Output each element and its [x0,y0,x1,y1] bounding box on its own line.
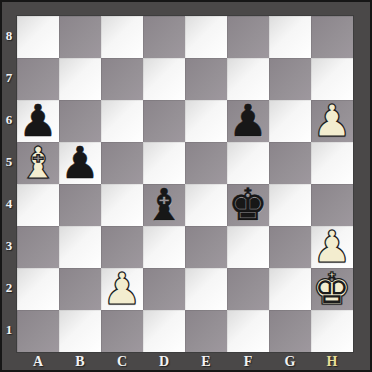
square-g4[interactable] [269,184,311,226]
square-e3[interactable] [185,226,227,268]
piece-black-pawn[interactable]: ♟ [18,100,57,142]
square-c1[interactable] [101,310,143,352]
square-e7[interactable] [185,58,227,100]
chess-board-frame: 87654321 ♟♟♟♝♟♝♚♟♟♚ ABCDEFGH [0,0,372,372]
square-b2[interactable] [59,268,101,310]
square-g8[interactable] [269,16,311,58]
square-d2[interactable] [143,268,185,310]
square-c4[interactable] [101,184,143,226]
square-e5[interactable] [185,142,227,184]
square-f7[interactable] [227,58,269,100]
square-f6[interactable]: ♟ [227,100,269,142]
rank-label-1: 1 [2,309,16,351]
rank-label-6: 6 [2,99,16,141]
file-label-c: C [101,353,143,370]
chess-board: ♟♟♟♝♟♝♚♟♟♚ [16,15,354,353]
square-b7[interactable] [59,58,101,100]
square-d3[interactable] [143,226,185,268]
rank-label-3: 3 [2,225,16,267]
square-c3[interactable] [101,226,143,268]
square-f8[interactable] [227,16,269,58]
square-h3[interactable]: ♟ [311,226,353,268]
piece-white-pawn[interactable]: ♟ [312,226,351,268]
piece-white-pawn[interactable]: ♟ [102,268,141,310]
square-b3[interactable] [59,226,101,268]
file-label-a: A [17,353,59,370]
square-a4[interactable] [17,184,59,226]
square-f3[interactable] [227,226,269,268]
square-b8[interactable] [59,16,101,58]
square-h4[interactable] [311,184,353,226]
square-g3[interactable] [269,226,311,268]
square-d7[interactable] [143,58,185,100]
square-c5[interactable] [101,142,143,184]
rank-label-8: 8 [2,15,16,57]
square-e8[interactable] [185,16,227,58]
square-g6[interactable] [269,100,311,142]
square-h5[interactable] [311,142,353,184]
square-d1[interactable] [143,310,185,352]
square-a3[interactable] [17,226,59,268]
rank-label-4: 4 [2,183,16,225]
square-d8[interactable] [143,16,185,58]
square-b5[interactable]: ♟ [59,142,101,184]
square-c8[interactable] [101,16,143,58]
square-h8[interactable] [311,16,353,58]
square-h6[interactable]: ♟ [311,100,353,142]
file-labels: ABCDEFGH [17,353,353,370]
file-label-b: B [59,353,101,370]
square-b6[interactable] [59,100,101,142]
square-b1[interactable] [59,310,101,352]
square-a5[interactable]: ♝ [17,142,59,184]
square-e4[interactable] [185,184,227,226]
square-f5[interactable] [227,142,269,184]
rank-labels: 87654321 [2,15,16,351]
rank-label-5: 5 [2,141,16,183]
square-h1[interactable] [311,310,353,352]
file-label-d: D [143,353,185,370]
rank-label-2: 2 [2,267,16,309]
square-h2[interactable]: ♚ [311,268,353,310]
square-d4[interactable]: ♝ [143,184,185,226]
square-a7[interactable] [17,58,59,100]
rank-label-7: 7 [2,57,16,99]
square-e2[interactable] [185,268,227,310]
piece-black-bishop[interactable]: ♝ [144,184,183,226]
square-a1[interactable] [17,310,59,352]
file-label-g: G [269,353,311,370]
square-c6[interactable] [101,100,143,142]
piece-white-king[interactable]: ♚ [312,268,351,310]
file-label-e: E [185,353,227,370]
square-b4[interactable] [59,184,101,226]
square-d5[interactable] [143,142,185,184]
file-label-f: F [227,353,269,370]
square-a2[interactable] [17,268,59,310]
square-g2[interactable] [269,268,311,310]
square-f2[interactable] [227,268,269,310]
square-f4[interactable]: ♚ [227,184,269,226]
square-c7[interactable] [101,58,143,100]
square-e1[interactable] [185,310,227,352]
file-label-h: H [311,353,353,370]
square-e6[interactable] [185,100,227,142]
square-f1[interactable] [227,310,269,352]
piece-white-bishop[interactable]: ♝ [18,142,57,184]
square-a6[interactable]: ♟ [17,100,59,142]
square-c2[interactable]: ♟ [101,268,143,310]
square-g7[interactable] [269,58,311,100]
square-g5[interactable] [269,142,311,184]
piece-black-pawn[interactable]: ♟ [228,100,267,142]
piece-black-pawn[interactable]: ♟ [60,142,99,184]
square-a8[interactable] [17,16,59,58]
piece-white-pawn[interactable]: ♟ [312,100,351,142]
square-g1[interactable] [269,310,311,352]
square-h7[interactable] [311,58,353,100]
square-d6[interactable] [143,100,185,142]
piece-black-king[interactable]: ♚ [228,184,267,226]
